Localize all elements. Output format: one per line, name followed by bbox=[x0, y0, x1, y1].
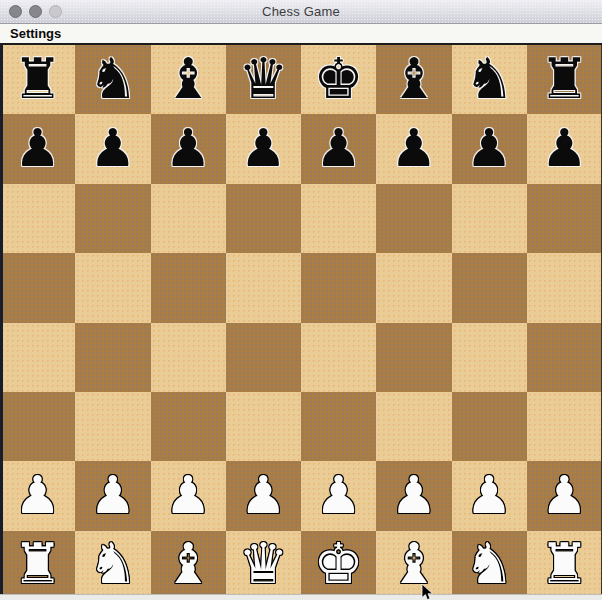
square-e7[interactable]: ♟ bbox=[301, 114, 376, 183]
square-g4[interactable] bbox=[452, 323, 527, 392]
square-a2[interactable]: ♟ bbox=[0, 461, 75, 530]
piece-black-rook[interactable]: ♜ bbox=[13, 51, 63, 107]
piece-white-pawn[interactable]: ♟ bbox=[315, 469, 362, 521]
square-c4[interactable] bbox=[151, 323, 226, 392]
square-b1[interactable]: ♞ bbox=[75, 531, 150, 600]
square-c5[interactable] bbox=[151, 253, 226, 322]
mouse-cursor-icon bbox=[421, 584, 434, 600]
square-d1[interactable]: ♛ bbox=[226, 531, 301, 600]
square-f6[interactable] bbox=[376, 184, 451, 253]
square-a8[interactable]: ♜ bbox=[0, 45, 75, 114]
piece-white-pawn[interactable]: ♟ bbox=[14, 469, 61, 521]
square-g7[interactable]: ♟ bbox=[452, 114, 527, 183]
square-e3[interactable] bbox=[301, 392, 376, 461]
square-h8[interactable]: ♜ bbox=[527, 45, 602, 114]
piece-white-knight[interactable]: ♞ bbox=[88, 536, 138, 592]
chess-game-window: Chess Game Settings ♜♞♝♛♚♝♞♜♟♟♟♟♟♟♟♟♟♟♟♟… bbox=[0, 0, 602, 600]
square-h1[interactable]: ♜ bbox=[527, 531, 602, 600]
square-e8[interactable]: ♚ bbox=[301, 45, 376, 114]
square-b2[interactable]: ♟ bbox=[75, 461, 150, 530]
piece-white-bishop[interactable]: ♝ bbox=[163, 536, 213, 592]
square-g1[interactable]: ♞ bbox=[452, 531, 527, 600]
piece-white-pawn[interactable]: ♟ bbox=[466, 469, 513, 521]
piece-white-knight[interactable]: ♞ bbox=[464, 536, 514, 592]
square-h5[interactable] bbox=[527, 253, 602, 322]
piece-white-pawn[interactable]: ♟ bbox=[90, 469, 137, 521]
piece-black-bishop[interactable]: ♝ bbox=[163, 51, 213, 107]
piece-white-rook[interactable]: ♜ bbox=[539, 536, 589, 592]
piece-white-pawn[interactable]: ♟ bbox=[391, 469, 438, 521]
window-title: Chess Game bbox=[0, 0, 602, 24]
piece-black-pawn[interactable]: ♟ bbox=[240, 122, 287, 174]
square-c6[interactable] bbox=[151, 184, 226, 253]
square-e2[interactable]: ♟ bbox=[301, 461, 376, 530]
piece-black-pawn[interactable]: ♟ bbox=[466, 122, 513, 174]
piece-white-pawn[interactable]: ♟ bbox=[240, 469, 287, 521]
square-c1[interactable]: ♝ bbox=[151, 531, 226, 600]
piece-black-pawn[interactable]: ♟ bbox=[541, 122, 588, 174]
square-a3[interactable] bbox=[0, 392, 75, 461]
square-d8[interactable]: ♛ bbox=[226, 45, 301, 114]
square-b4[interactable] bbox=[75, 323, 150, 392]
square-g8[interactable]: ♞ bbox=[452, 45, 527, 114]
square-d6[interactable] bbox=[226, 184, 301, 253]
square-d5[interactable] bbox=[226, 253, 301, 322]
square-c7[interactable]: ♟ bbox=[151, 114, 226, 183]
piece-black-pawn[interactable]: ♟ bbox=[165, 122, 212, 174]
square-b3[interactable] bbox=[75, 392, 150, 461]
square-f4[interactable] bbox=[376, 323, 451, 392]
square-c3[interactable] bbox=[151, 392, 226, 461]
square-h2[interactable]: ♟ bbox=[527, 461, 602, 530]
square-c2[interactable]: ♟ bbox=[151, 461, 226, 530]
square-h7[interactable]: ♟ bbox=[527, 114, 602, 183]
square-a4[interactable] bbox=[0, 323, 75, 392]
square-d3[interactable] bbox=[226, 392, 301, 461]
square-b7[interactable]: ♟ bbox=[75, 114, 150, 183]
piece-black-pawn[interactable]: ♟ bbox=[14, 122, 61, 174]
square-d2[interactable]: ♟ bbox=[226, 461, 301, 530]
square-g6[interactable] bbox=[452, 184, 527, 253]
piece-white-pawn[interactable]: ♟ bbox=[541, 469, 588, 521]
square-b8[interactable]: ♞ bbox=[75, 45, 150, 114]
square-f3[interactable] bbox=[376, 392, 451, 461]
square-f2[interactable]: ♟ bbox=[376, 461, 451, 530]
piece-black-knight[interactable]: ♞ bbox=[464, 51, 514, 107]
square-c8[interactable]: ♝ bbox=[151, 45, 226, 114]
square-g3[interactable] bbox=[452, 392, 527, 461]
piece-black-pawn[interactable]: ♟ bbox=[315, 122, 362, 174]
square-h6[interactable] bbox=[527, 184, 602, 253]
piece-black-king[interactable]: ♚ bbox=[314, 51, 364, 107]
square-d4[interactable] bbox=[226, 323, 301, 392]
square-h4[interactable] bbox=[527, 323, 602, 392]
piece-black-rook[interactable]: ♜ bbox=[539, 51, 589, 107]
piece-white-pawn[interactable]: ♟ bbox=[165, 469, 212, 521]
square-h3[interactable] bbox=[527, 392, 602, 461]
piece-black-pawn[interactable]: ♟ bbox=[391, 122, 438, 174]
square-f5[interactable] bbox=[376, 253, 451, 322]
piece-white-queen[interactable]: ♛ bbox=[238, 536, 288, 592]
piece-black-knight[interactable]: ♞ bbox=[88, 51, 138, 107]
square-e5[interactable] bbox=[301, 253, 376, 322]
square-d7[interactable]: ♟ bbox=[226, 114, 301, 183]
square-g2[interactable]: ♟ bbox=[452, 461, 527, 530]
square-a6[interactable] bbox=[0, 184, 75, 253]
menu-item-settings[interactable]: Settings bbox=[0, 24, 71, 43]
piece-black-queen[interactable]: ♛ bbox=[238, 51, 288, 107]
square-e6[interactable] bbox=[301, 184, 376, 253]
square-b5[interactable] bbox=[75, 253, 150, 322]
square-e4[interactable] bbox=[301, 323, 376, 392]
square-e1[interactable]: ♚ bbox=[301, 531, 376, 600]
square-g5[interactable] bbox=[452, 253, 527, 322]
piece-black-bishop[interactable]: ♝ bbox=[389, 51, 439, 107]
piece-white-rook[interactable]: ♜ bbox=[13, 536, 63, 592]
window-bottom-edge bbox=[0, 594, 602, 600]
title-bar[interactable]: Chess Game bbox=[0, 0, 602, 24]
piece-white-king[interactable]: ♚ bbox=[314, 536, 364, 592]
piece-black-pawn[interactable]: ♟ bbox=[90, 122, 137, 174]
square-f1[interactable]: ♝ bbox=[376, 531, 451, 600]
square-f8[interactable]: ♝ bbox=[376, 45, 451, 114]
square-f7[interactable]: ♟ bbox=[376, 114, 451, 183]
menu-bar: Settings bbox=[0, 24, 602, 45]
square-b6[interactable] bbox=[75, 184, 150, 253]
chess-board: ♜♞♝♛♚♝♞♜♟♟♟♟♟♟♟♟♟♟♟♟♟♟♟♟♜♞♝♛♚♝♞♜ bbox=[0, 45, 602, 600]
square-a5[interactable] bbox=[0, 253, 75, 322]
square-a7[interactable]: ♟ bbox=[0, 114, 75, 183]
window-left-edge bbox=[0, 45, 3, 594]
square-a1[interactable]: ♜ bbox=[0, 531, 75, 600]
